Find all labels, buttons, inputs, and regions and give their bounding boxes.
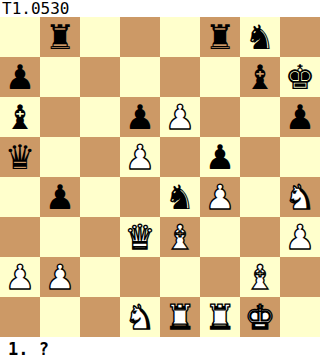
black-pawn: ♟ [200, 137, 240, 177]
white-bishop: ♝ [160, 217, 200, 257]
square-a1[interactable] [0, 297, 40, 337]
square-f4[interactable]: ♟ [200, 177, 240, 217]
white-king: ♚ [240, 297, 280, 337]
black-pawn: ♟ [40, 177, 80, 217]
square-e1[interactable]: ♜ [160, 297, 200, 337]
square-d4[interactable] [120, 177, 160, 217]
square-a5[interactable]: ♛ [0, 137, 40, 177]
square-e6[interactable]: ♟ [160, 97, 200, 137]
white-pawn: ♟ [160, 97, 200, 137]
white-pawn: ♟ [200, 177, 240, 217]
square-b2[interactable]: ♟ [40, 257, 80, 297]
square-c3[interactable] [80, 217, 120, 257]
move-prompt: 1. ? [0, 339, 49, 359]
square-e3[interactable]: ♝ [160, 217, 200, 257]
square-d1[interactable]: ♞ [120, 297, 160, 337]
square-e2[interactable] [160, 257, 200, 297]
black-pawn: ♟ [120, 97, 160, 137]
square-d3[interactable]: ♛ [120, 217, 160, 257]
square-b8[interactable]: ♜ [40, 17, 80, 57]
square-a4[interactable] [0, 177, 40, 217]
black-bishop: ♝ [240, 57, 280, 97]
square-g2[interactable]: ♝ [240, 257, 280, 297]
square-g3[interactable] [240, 217, 280, 257]
square-f5[interactable]: ♟ [200, 137, 240, 177]
square-h4[interactable]: ♞ [280, 177, 320, 217]
square-g7[interactable]: ♝ [240, 57, 280, 97]
black-pawn: ♟ [280, 97, 320, 137]
square-a2[interactable]: ♟ [0, 257, 40, 297]
white-pawn: ♟ [120, 137, 160, 177]
black-knight: ♞ [160, 177, 200, 217]
square-h6[interactable]: ♟ [280, 97, 320, 137]
square-e4[interactable]: ♞ [160, 177, 200, 217]
square-h3[interactable]: ♟ [280, 217, 320, 257]
square-c1[interactable] [80, 297, 120, 337]
white-rook: ♜ [160, 297, 200, 337]
square-b6[interactable] [40, 97, 80, 137]
square-c8[interactable] [80, 17, 120, 57]
white-pawn: ♟ [40, 257, 80, 297]
square-a8[interactable] [0, 17, 40, 57]
title-bar: T1.0530 [0, 0, 320, 17]
white-rook: ♜ [200, 297, 240, 337]
square-h1[interactable] [280, 297, 320, 337]
footer-bar: 1. ? [0, 337, 320, 360]
square-f3[interactable] [200, 217, 240, 257]
square-c5[interactable] [80, 137, 120, 177]
black-rook: ♜ [200, 17, 240, 57]
square-b1[interactable] [40, 297, 80, 337]
square-c2[interactable] [80, 257, 120, 297]
square-f1[interactable]: ♜ [200, 297, 240, 337]
white-knight: ♞ [280, 177, 320, 217]
square-h2[interactable] [280, 257, 320, 297]
square-f8[interactable]: ♜ [200, 17, 240, 57]
square-e5[interactable] [160, 137, 200, 177]
square-c4[interactable] [80, 177, 120, 217]
square-d2[interactable] [120, 257, 160, 297]
square-g8[interactable]: ♞ [240, 17, 280, 57]
white-queen: ♛ [120, 217, 160, 257]
black-rook: ♜ [40, 17, 80, 57]
black-queen: ♛ [0, 137, 40, 177]
square-a6[interactable]: ♝ [0, 97, 40, 137]
square-g4[interactable] [240, 177, 280, 217]
square-a7[interactable]: ♟ [0, 57, 40, 97]
square-g5[interactable] [240, 137, 280, 177]
puzzle-title: T1.0530 [0, 0, 69, 17]
square-d6[interactable]: ♟ [120, 97, 160, 137]
square-g1[interactable]: ♚ [240, 297, 280, 337]
black-knight: ♞ [240, 17, 280, 57]
white-bishop: ♝ [240, 257, 280, 297]
white-pawn: ♟ [0, 257, 40, 297]
black-bishop: ♝ [0, 97, 40, 137]
square-e7[interactable] [160, 57, 200, 97]
square-h7[interactable]: ♚ [280, 57, 320, 97]
square-h8[interactable] [280, 17, 320, 57]
square-a3[interactable] [0, 217, 40, 257]
white-knight: ♞ [120, 297, 160, 337]
square-f2[interactable] [200, 257, 240, 297]
black-king: ♚ [280, 57, 320, 97]
square-e8[interactable] [160, 17, 200, 57]
square-f6[interactable] [200, 97, 240, 137]
square-c6[interactable] [80, 97, 120, 137]
chess-board: ♜♜♞♟♝♚♝♟♟♟♛♟♟♟♞♟♞♛♝♟♟♟♝♞♜♜♚ [0, 17, 320, 337]
square-g6[interactable] [240, 97, 280, 137]
square-b7[interactable] [40, 57, 80, 97]
square-d7[interactable] [120, 57, 160, 97]
square-h5[interactable] [280, 137, 320, 177]
black-pawn: ♟ [0, 57, 40, 97]
square-d5[interactable]: ♟ [120, 137, 160, 177]
square-c7[interactable] [80, 57, 120, 97]
square-f7[interactable] [200, 57, 240, 97]
white-pawn: ♟ [280, 217, 320, 257]
square-b4[interactable]: ♟ [40, 177, 80, 217]
square-b3[interactable] [40, 217, 80, 257]
square-d8[interactable] [120, 17, 160, 57]
square-b5[interactable] [40, 137, 80, 177]
